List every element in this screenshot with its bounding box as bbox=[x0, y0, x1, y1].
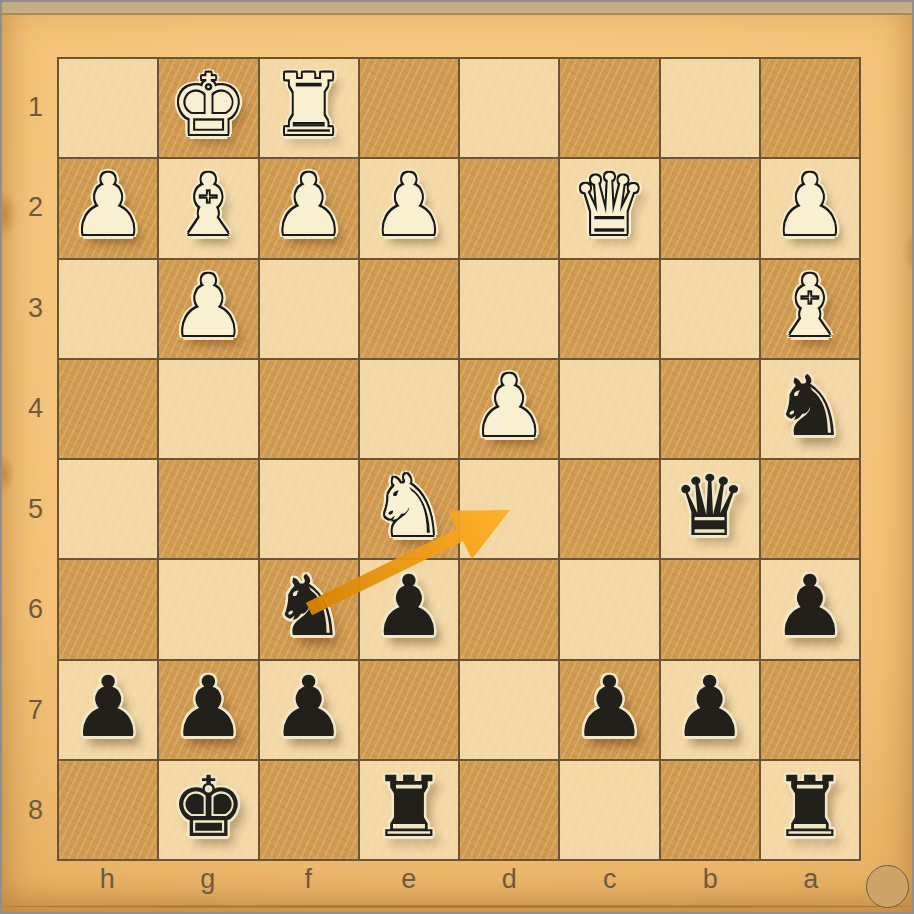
square-b8[interactable] bbox=[661, 761, 759, 859]
square-h5[interactable] bbox=[59, 460, 157, 558]
piece-black-pawn[interactable]: ♟ bbox=[371, 564, 446, 648]
board: ♚♜♟♝♟♟♛♟♟♝♟♞♞♛♞♟♟♟♟♟♟♟♚♜♜ bbox=[57, 57, 861, 861]
square-g1[interactable]: ♚ bbox=[159, 59, 257, 157]
square-b4[interactable] bbox=[661, 360, 759, 458]
piece-white-pawn[interactable]: ♟ bbox=[371, 163, 446, 247]
square-d6[interactable] bbox=[460, 560, 558, 658]
piece-white-pawn[interactable]: ♟ bbox=[171, 264, 246, 348]
square-a5[interactable] bbox=[761, 460, 859, 558]
piece-black-knight[interactable]: ♞ bbox=[271, 564, 346, 648]
square-h7[interactable]: ♟ bbox=[59, 661, 157, 759]
piece-white-king[interactable]: ♚ bbox=[171, 63, 246, 147]
square-e7[interactable] bbox=[360, 661, 458, 759]
square-g3[interactable]: ♟ bbox=[159, 260, 257, 358]
square-b7[interactable]: ♟ bbox=[661, 661, 759, 759]
square-h2[interactable]: ♟ bbox=[59, 159, 157, 257]
square-a8[interactable]: ♜ bbox=[761, 761, 859, 859]
square-f6[interactable]: ♞ bbox=[260, 560, 358, 658]
piece-black-pawn[interactable]: ♟ bbox=[672, 665, 747, 749]
square-e6[interactable]: ♟ bbox=[360, 560, 458, 658]
piece-black-pawn[interactable]: ♟ bbox=[171, 665, 246, 749]
square-c1[interactable] bbox=[560, 59, 658, 157]
piece-black-rook[interactable]: ♜ bbox=[371, 765, 446, 849]
square-f7[interactable]: ♟ bbox=[260, 661, 358, 759]
file-label-a: a bbox=[761, 859, 862, 899]
square-e5[interactable]: ♞ bbox=[360, 460, 458, 558]
square-f3[interactable] bbox=[260, 260, 358, 358]
square-e8[interactable]: ♜ bbox=[360, 761, 458, 859]
chess-app-window: ♚♜♟♝♟♟♛♟♟♝♟♞♞♛♞♟♟♟♟♟♟♟♚♜♜ 12345678 hgfed… bbox=[0, 0, 914, 914]
square-h4[interactable] bbox=[59, 360, 157, 458]
piece-black-pawn[interactable]: ♟ bbox=[772, 564, 847, 648]
square-c8[interactable] bbox=[560, 761, 658, 859]
square-a3[interactable]: ♝ bbox=[761, 260, 859, 358]
square-f2[interactable]: ♟ bbox=[260, 159, 358, 257]
square-f1[interactable]: ♜ bbox=[260, 59, 358, 157]
square-h3[interactable] bbox=[59, 260, 157, 358]
rank-label-5: 5 bbox=[2, 459, 52, 560]
piece-black-pawn[interactable]: ♟ bbox=[572, 665, 647, 749]
rank-label-7: 7 bbox=[2, 660, 52, 761]
rank-label-4: 4 bbox=[2, 359, 52, 460]
square-c3[interactable] bbox=[560, 260, 658, 358]
parchment-bottom-edge bbox=[2, 905, 912, 908]
square-b2[interactable] bbox=[661, 159, 759, 257]
file-label-f: f bbox=[258, 859, 359, 899]
square-c5[interactable] bbox=[560, 460, 658, 558]
rank-labels: 12345678 bbox=[2, 57, 52, 861]
square-b3[interactable] bbox=[661, 260, 759, 358]
square-b6[interactable] bbox=[661, 560, 759, 658]
square-g7[interactable]: ♟ bbox=[159, 661, 257, 759]
piece-white-rook[interactable]: ♜ bbox=[271, 63, 346, 147]
piece-white-bishop[interactable]: ♝ bbox=[772, 264, 847, 348]
piece-white-bishop[interactable]: ♝ bbox=[171, 163, 246, 247]
square-h1[interactable] bbox=[59, 59, 157, 157]
square-g6[interactable] bbox=[159, 560, 257, 658]
square-f4[interactable] bbox=[260, 360, 358, 458]
file-labels: hgfedcba bbox=[57, 859, 861, 899]
square-d5[interactable] bbox=[460, 460, 558, 558]
square-e2[interactable]: ♟ bbox=[360, 159, 458, 257]
piece-white-knight[interactable]: ♞ bbox=[371, 464, 446, 548]
piece-black-pawn[interactable]: ♟ bbox=[70, 665, 145, 749]
square-b1[interactable] bbox=[661, 59, 759, 157]
square-d7[interactable] bbox=[460, 661, 558, 759]
square-d4[interactable]: ♟ bbox=[460, 360, 558, 458]
parchment-top-edge bbox=[2, 2, 912, 15]
file-label-b: b bbox=[660, 859, 761, 899]
square-d2[interactable] bbox=[460, 159, 558, 257]
piece-white-pawn[interactable]: ♟ bbox=[70, 163, 145, 247]
square-g8[interactable]: ♚ bbox=[159, 761, 257, 859]
rank-label-6: 6 bbox=[2, 560, 52, 661]
file-label-h: h bbox=[57, 859, 158, 899]
square-c4[interactable] bbox=[560, 360, 658, 458]
square-a2[interactable]: ♟ bbox=[761, 159, 859, 257]
piece-white-pawn[interactable]: ♟ bbox=[471, 364, 546, 448]
square-c2[interactable]: ♛ bbox=[560, 159, 658, 257]
rank-label-3: 3 bbox=[2, 258, 52, 359]
square-a6[interactable]: ♟ bbox=[761, 560, 859, 658]
square-d3[interactable] bbox=[460, 260, 558, 358]
rank-label-1: 1 bbox=[2, 57, 52, 158]
square-f8[interactable] bbox=[260, 761, 358, 859]
piece-white-pawn[interactable]: ♟ bbox=[772, 163, 847, 247]
corner-circle bbox=[866, 865, 909, 908]
square-e3[interactable] bbox=[360, 260, 458, 358]
file-label-g: g bbox=[158, 859, 259, 899]
square-d8[interactable] bbox=[460, 761, 558, 859]
piece-black-queen[interactable]: ♛ bbox=[672, 464, 747, 548]
square-a1[interactable] bbox=[761, 59, 859, 157]
square-f5[interactable] bbox=[260, 460, 358, 558]
piece-white-queen[interactable]: ♛ bbox=[572, 163, 647, 247]
square-g2[interactable]: ♝ bbox=[159, 159, 257, 257]
square-c6[interactable] bbox=[560, 560, 658, 658]
piece-black-king[interactable]: ♚ bbox=[171, 765, 246, 849]
square-e1[interactable] bbox=[360, 59, 458, 157]
square-d1[interactable] bbox=[460, 59, 558, 157]
piece-white-pawn[interactable]: ♟ bbox=[271, 163, 346, 247]
file-label-c: c bbox=[560, 859, 661, 899]
rank-label-8: 8 bbox=[2, 761, 52, 862]
square-a4[interactable]: ♞ bbox=[761, 360, 859, 458]
square-g5[interactable] bbox=[159, 460, 257, 558]
square-g4[interactable] bbox=[159, 360, 257, 458]
piece-black-pawn[interactable]: ♟ bbox=[271, 665, 346, 749]
square-h6[interactable] bbox=[59, 560, 157, 658]
square-h8[interactable] bbox=[59, 761, 157, 859]
square-c7[interactable]: ♟ bbox=[560, 661, 658, 759]
square-e4[interactable] bbox=[360, 360, 458, 458]
file-label-e: e bbox=[359, 859, 460, 899]
file-label-d: d bbox=[459, 859, 560, 899]
rank-label-2: 2 bbox=[2, 158, 52, 259]
piece-black-knight[interactable]: ♞ bbox=[772, 364, 847, 448]
square-a7[interactable] bbox=[761, 661, 859, 759]
square-b5[interactable]: ♛ bbox=[661, 460, 759, 558]
piece-black-rook[interactable]: ♜ bbox=[772, 765, 847, 849]
